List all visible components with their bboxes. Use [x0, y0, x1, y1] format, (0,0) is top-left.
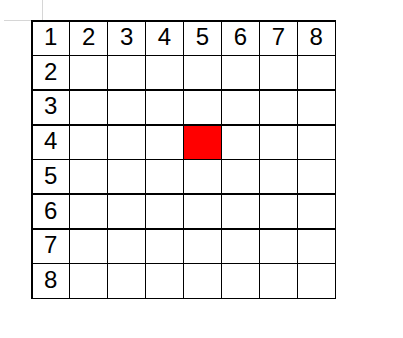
cell-r1c7: 7: [260, 22, 296, 55]
cell-r7c6: [222, 230, 258, 263]
cell-r2c7: [260, 56, 296, 89]
cell-r2c8: [298, 56, 334, 89]
cell-r1c4: 4: [146, 22, 182, 55]
cell-r4c2: [70, 126, 106, 159]
cell-r1c1: 1: [33, 22, 69, 55]
cell-r3c7: [260, 91, 296, 124]
cell-r2c4: [146, 56, 182, 89]
cell-r5c4: [146, 160, 182, 193]
cell-r6c8: [298, 195, 334, 228]
cell-r3c1: 3: [33, 91, 69, 124]
cell-r5c5: [184, 160, 220, 193]
cell-r5c8: [298, 160, 334, 193]
cell-r6c7: [260, 195, 296, 228]
cell-r3c4: [146, 91, 182, 124]
cell-r6c3: [108, 195, 144, 228]
cell-r4c3: [108, 126, 144, 159]
cell-r8c5: [184, 264, 220, 297]
cell-r8c6: [222, 264, 258, 297]
cell-r8c3: [108, 264, 144, 297]
cell-r3c6: [222, 91, 258, 124]
cell-r6c1: 6: [33, 195, 69, 228]
cell-r2c1: 2: [33, 56, 69, 89]
cell-r1c6: 6: [222, 22, 258, 55]
page-margin-guide-horizontal: [4, 20, 31, 21]
cell-r5c2: [70, 160, 106, 193]
cell-r5c6: [222, 160, 258, 193]
cell-r2c2: [70, 56, 106, 89]
cell-r2c5: [184, 56, 220, 89]
cell-r3c5: [184, 91, 220, 124]
cell-r7c1: 7: [33, 230, 69, 263]
highlighted-cell-r4c5: [184, 126, 220, 159]
cell-r1c5: 5: [184, 22, 220, 55]
grid-board: 123456782345678: [31, 20, 336, 299]
cell-r4c7: [260, 126, 296, 159]
cell-r6c2: [70, 195, 106, 228]
cell-r5c1: 5: [33, 160, 69, 193]
cell-r5c7: [260, 160, 296, 193]
cell-r7c8: [298, 230, 334, 263]
cell-r1c2: 2: [70, 22, 106, 55]
cell-r7c5: [184, 230, 220, 263]
cell-r2c6: [222, 56, 258, 89]
cell-r6c6: [222, 195, 258, 228]
cell-r8c4: [146, 264, 182, 297]
cell-r7c2: [70, 230, 106, 263]
cell-r6c4: [146, 195, 182, 228]
cell-r2c3: [108, 56, 144, 89]
cell-r4c6: [222, 126, 258, 159]
cell-r5c3: [108, 160, 144, 193]
cell-r3c8: [298, 91, 334, 124]
cell-r8c7: [260, 264, 296, 297]
cell-r8c8: [298, 264, 334, 297]
cell-r8c2: [70, 264, 106, 297]
cell-r7c7: [260, 230, 296, 263]
cell-r4c8: [298, 126, 334, 159]
cell-r3c2: [70, 91, 106, 124]
cell-r8c1: 8: [33, 264, 69, 297]
cell-r7c4: [146, 230, 182, 263]
cell-r1c3: 3: [108, 22, 144, 55]
cell-r1c8: 8: [298, 22, 334, 55]
page-margin-guide-vertical: [42, 0, 43, 20]
cell-r4c4: [146, 126, 182, 159]
cell-r4c1: 4: [33, 126, 69, 159]
cell-r3c3: [108, 91, 144, 124]
cell-r7c3: [108, 230, 144, 263]
cell-r6c5: [184, 195, 220, 228]
